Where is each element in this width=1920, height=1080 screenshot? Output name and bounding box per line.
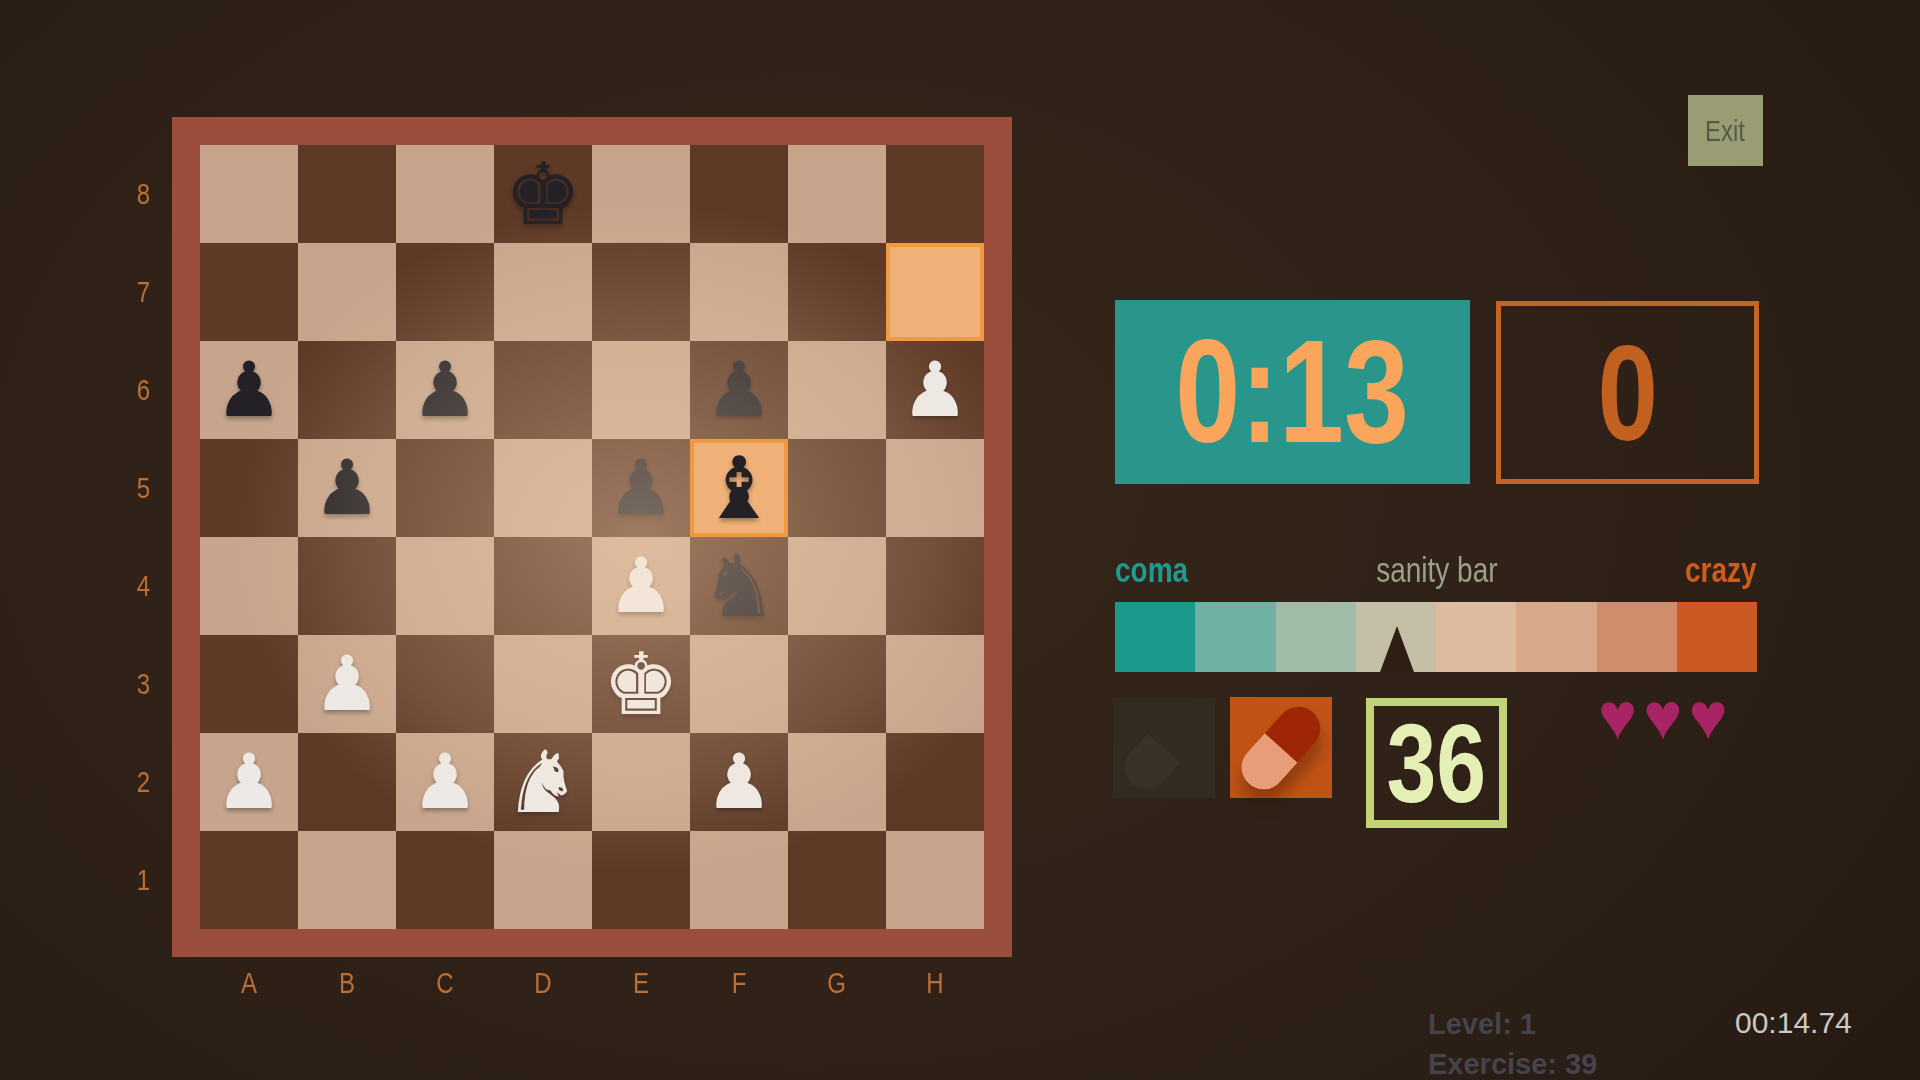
square-c6[interactable]: ♟ — [396, 341, 494, 439]
rank-label-1: 1 — [118, 831, 168, 929]
countdown-timer: 0:13 — [1115, 300, 1470, 484]
square-h3[interactable] — [886, 635, 984, 733]
square-h6[interactable]: ♟ — [886, 341, 984, 439]
square-h4[interactable] — [886, 537, 984, 635]
square-e8[interactable] — [592, 145, 690, 243]
square-b1[interactable] — [298, 831, 396, 929]
square-d6[interactable] — [494, 341, 592, 439]
square-d5[interactable] — [494, 439, 592, 537]
square-a5[interactable] — [200, 439, 298, 537]
square-b3[interactable]: ♟ — [298, 635, 396, 733]
timer-value: 0:13 — [1176, 308, 1410, 476]
pill-slot-active[interactable] — [1230, 697, 1332, 798]
white-pawn[interactable]: ♟ — [607, 548, 675, 624]
file-label-H: H — [886, 962, 984, 1004]
exit-label: Exit — [1705, 114, 1745, 148]
black-pawn[interactable]: ♟ — [607, 450, 675, 526]
file-label-B: B — [298, 962, 396, 1004]
heart-icon: ♥ — [1688, 678, 1727, 754]
square-b4[interactable] — [298, 537, 396, 635]
black-pawn[interactable]: ♟ — [705, 352, 773, 428]
square-a4[interactable] — [200, 537, 298, 635]
square-b5[interactable]: ♟ — [298, 439, 396, 537]
file-label-G: G — [788, 962, 886, 1004]
exit-button[interactable]: Exit — [1688, 95, 1763, 166]
square-h7[interactable] — [886, 243, 984, 341]
square-h1[interactable] — [886, 831, 984, 929]
file-label-E: E — [592, 962, 690, 1004]
square-c4[interactable] — [396, 537, 494, 635]
sanity-bar-title: sanity bar — [1206, 550, 1667, 590]
square-c1[interactable] — [396, 831, 494, 929]
orange-pill-icon — [1233, 697, 1330, 798]
white-king[interactable]: ♚ — [602, 641, 679, 727]
black-pawn[interactable]: ♟ — [313, 450, 381, 526]
square-f6[interactable]: ♟ — [690, 341, 788, 439]
square-e6[interactable] — [592, 341, 690, 439]
black-king[interactable]: ♚ — [504, 151, 581, 237]
square-d3[interactable] — [494, 635, 592, 733]
sanity-segment-1 — [1115, 602, 1195, 672]
square-g2[interactable] — [788, 733, 886, 831]
square-b8[interactable] — [298, 145, 396, 243]
black-pawn[interactable]: ♟ — [411, 352, 479, 428]
square-b6[interactable] — [298, 341, 396, 439]
square-f8[interactable] — [690, 145, 788, 243]
black-pawn[interactable]: ♟ — [215, 352, 283, 428]
sanity-segment-7 — [1597, 602, 1677, 672]
square-h5[interactable] — [886, 439, 984, 537]
square-d8[interactable]: ♚ — [494, 145, 592, 243]
square-e7[interactable] — [592, 243, 690, 341]
heart-icon: ♥ — [1598, 678, 1637, 754]
rank-label-7: 7 — [118, 243, 168, 341]
square-a2[interactable]: ♟ — [200, 733, 298, 831]
square-a1[interactable] — [200, 831, 298, 929]
rank-label-6: 6 — [118, 341, 168, 439]
pill-counter-value: 36 — [1387, 699, 1487, 828]
square-g1[interactable] — [788, 831, 886, 929]
square-g7[interactable] — [788, 243, 886, 341]
square-g3[interactable] — [788, 635, 886, 733]
crazy-label: crazy — [1685, 550, 1757, 590]
rank-label-2: 2 — [118, 733, 168, 831]
file-label-A: A — [200, 962, 298, 1004]
file-label-F: F — [690, 962, 788, 1004]
square-g5[interactable] — [788, 439, 886, 537]
square-g8[interactable] — [788, 145, 886, 243]
square-b2[interactable] — [298, 733, 396, 831]
square-a6[interactable]: ♟ — [200, 341, 298, 439]
square-e5[interactable]: ♟ — [592, 439, 690, 537]
white-pawn[interactable]: ♟ — [901, 352, 969, 428]
square-c3[interactable] — [396, 635, 494, 733]
file-labels: ABCDEFGH — [200, 962, 984, 1004]
square-f5[interactable]: ♝ — [690, 439, 788, 537]
sanity-bar — [1115, 602, 1757, 672]
board-grid: ♚♟♟♟♟♟♟♝♟♞♟♚♟♟♞♟ — [200, 145, 984, 929]
square-f7[interactable] — [690, 243, 788, 341]
square-e1[interactable] — [592, 831, 690, 929]
square-c2[interactable]: ♟ — [396, 733, 494, 831]
exercise-label: Exercise: 39 — [1428, 1048, 1597, 1080]
square-a3[interactable] — [200, 635, 298, 733]
white-pawn[interactable]: ♟ — [313, 646, 381, 722]
coma-label: coma — [1115, 550, 1188, 590]
rank-label-3: 3 — [118, 635, 168, 733]
white-pawn[interactable]: ♟ — [705, 744, 773, 820]
square-f1[interactable] — [690, 831, 788, 929]
square-e3[interactable]: ♚ — [592, 635, 690, 733]
rank-labels: 87654321 — [118, 145, 168, 929]
file-label-C: C — [396, 962, 494, 1004]
square-h2[interactable] — [886, 733, 984, 831]
white-pawn[interactable]: ♟ — [215, 744, 283, 820]
pill-counter: 36 — [1366, 698, 1507, 828]
level-label: Level: 1 — [1428, 1008, 1536, 1041]
square-g4[interactable] — [788, 537, 886, 635]
square-c5[interactable] — [396, 439, 494, 537]
rank-label-5: 5 — [118, 439, 168, 537]
file-label-D: D — [494, 962, 592, 1004]
square-f3[interactable] — [690, 635, 788, 733]
square-a8[interactable] — [200, 145, 298, 243]
sanity-segment-3 — [1276, 602, 1356, 672]
square-c8[interactable] — [396, 145, 494, 243]
sanity-segment-5 — [1436, 602, 1516, 672]
square-c7[interactable] — [396, 243, 494, 341]
sanity-segment-8 — [1677, 602, 1757, 672]
square-d1[interactable] — [494, 831, 592, 929]
black-knight[interactable]: ♞ — [700, 543, 777, 629]
score-box: 0 — [1496, 301, 1759, 484]
square-b7[interactable] — [298, 243, 396, 341]
heart-icon: ♥ — [1643, 678, 1682, 754]
rank-label-4: 4 — [118, 537, 168, 635]
square-f2[interactable]: ♟ — [690, 733, 788, 831]
square-g6[interactable] — [788, 341, 886, 439]
game-screen: ♚♟♟♟♟♟♟♝♟♞♟♚♟♟♞♟ 87654321 ABCDEFGH Exit … — [0, 0, 1920, 1080]
sanity-segment-6 — [1516, 602, 1596, 672]
square-h8[interactable] — [886, 145, 984, 243]
square-e4[interactable]: ♟ — [592, 537, 690, 635]
elapsed-time: 00:14.74 — [1735, 1006, 1852, 1040]
sanity-needle-icon — [1380, 626, 1414, 672]
rank-label-8: 8 — [118, 145, 168, 243]
sanity-bar-labels: coma sanity bar crazy — [1115, 550, 1757, 590]
pill-slot-inactive[interactable] — [1113, 698, 1215, 798]
square-d4[interactable] — [494, 537, 592, 635]
square-d2[interactable]: ♞ — [494, 733, 592, 831]
square-f4[interactable]: ♞ — [690, 537, 788, 635]
white-knight[interactable]: ♞ — [504, 739, 581, 825]
square-e2[interactable] — [592, 733, 690, 831]
black-bishop[interactable]: ♝ — [700, 445, 777, 531]
lives-hearts: ♥♥♥ — [1598, 676, 1778, 756]
white-pawn[interactable]: ♟ — [411, 744, 479, 820]
score-value: 0 — [1597, 315, 1658, 471]
square-d7[interactable] — [494, 243, 592, 341]
dark-pill-icon — [1116, 698, 1213, 799]
sanity-segment-2 — [1195, 602, 1275, 672]
chess-board: ♚♟♟♟♟♟♟♝♟♞♟♚♟♟♞♟ — [172, 117, 1012, 957]
square-a7[interactable] — [200, 243, 298, 341]
